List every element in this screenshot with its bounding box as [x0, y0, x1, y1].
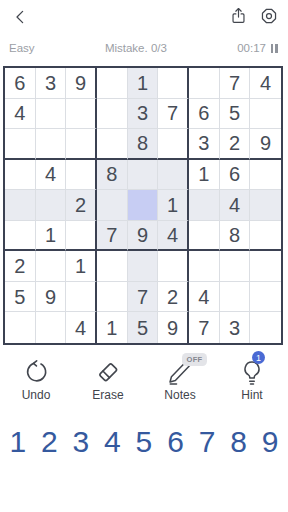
sudoku-cell[interactable]: 6	[5, 68, 36, 99]
pencil-icon: OFF	[167, 355, 193, 385]
sudoku-cell[interactable]: 7	[220, 68, 251, 99]
sudoku-cell[interactable]	[5, 190, 36, 221]
sudoku-cell[interactable]: 5	[220, 99, 251, 130]
pause-icon	[271, 44, 274, 53]
sudoku-cell[interactable]	[128, 251, 159, 282]
sudoku-cell[interactable]: 5	[128, 312, 159, 343]
sudoku-cell[interactable]: 7	[128, 282, 159, 313]
sudoku-cell[interactable]: 9	[158, 312, 189, 343]
sudoku-cell[interactable]	[250, 221, 281, 252]
sudoku-cell[interactable]: 8	[220, 221, 251, 252]
sudoku-cell[interactable]	[189, 68, 220, 99]
sudoku-cell[interactable]	[66, 221, 97, 252]
sudoku-cell[interactable]	[189, 251, 220, 282]
sudoku-cell[interactable]	[36, 129, 67, 160]
sudoku-cell[interactable]	[158, 251, 189, 282]
sudoku-cell[interactable]: 8	[128, 129, 159, 160]
lightbulb-icon: 1	[239, 355, 265, 385]
number-key-6[interactable]: 6	[161, 423, 191, 461]
chevron-left-icon	[11, 8, 29, 26]
timer: 00:17	[237, 42, 279, 54]
sudoku-cell[interactable]	[36, 251, 67, 282]
sudoku-cell[interactable]: 3	[189, 129, 220, 160]
sudoku-cell[interactable]	[250, 251, 281, 282]
undo-icon	[23, 355, 49, 385]
sudoku-cell[interactable]: 4	[250, 68, 281, 99]
sudoku-cell[interactable]	[189, 190, 220, 221]
sudoku-cell[interactable]: 1	[189, 160, 220, 191]
sudoku-cell[interactable]: 1	[158, 190, 189, 221]
sudoku-cell[interactable]	[220, 282, 251, 313]
sudoku-cell[interactable]: 4	[36, 160, 67, 191]
number-key-4[interactable]: 4	[97, 423, 127, 461]
erase-label: Erase	[92, 388, 123, 402]
sudoku-cell[interactable]	[97, 190, 128, 221]
mistakes-label: Mistake. 0/3	[105, 42, 167, 54]
undo-button[interactable]: Undo	[0, 355, 72, 402]
sudoku-cell[interactable]: 4	[189, 282, 220, 313]
sudoku-cell[interactable]: 9	[66, 68, 97, 99]
sudoku-cell[interactable]: 9	[250, 129, 281, 160]
sudoku-cell[interactable]	[5, 129, 36, 160]
undo-label: Undo	[22, 388, 51, 402]
number-key-1[interactable]: 1	[3, 423, 33, 461]
sudoku-cell[interactable]: 1	[36, 221, 67, 252]
sudoku-cell[interactable]: 8	[97, 160, 128, 191]
sudoku-cell[interactable]	[5, 160, 36, 191]
sudoku-cell[interactable]	[36, 190, 67, 221]
sudoku-cell[interactable]: 3	[36, 68, 67, 99]
share-icon	[229, 6, 248, 25]
sudoku-cell[interactable]: 6	[189, 99, 220, 130]
number-key-9[interactable]: 9	[255, 423, 285, 461]
number-pad: 123456789	[0, 423, 288, 461]
sudoku-cell[interactable]	[97, 99, 128, 130]
sudoku-cell[interactable]: 4	[220, 190, 251, 221]
sudoku-cell[interactable]: 4	[158, 221, 189, 252]
timer-label: 00:17	[237, 42, 266, 54]
settings-button[interactable]	[259, 6, 279, 26]
sudoku-cell[interactable]	[250, 160, 281, 191]
sudoku-cell[interactable]	[250, 99, 281, 130]
sudoku-cell[interactable]	[97, 251, 128, 282]
sudoku-cell[interactable]	[97, 282, 128, 313]
pause-button[interactable]	[270, 43, 279, 54]
sudoku-cell[interactable]: 2	[220, 129, 251, 160]
sudoku-cell[interactable]: 4	[66, 312, 97, 343]
back-button[interactable]	[11, 8, 29, 26]
toolbar: Undo Erase OFF Notes	[0, 355, 288, 402]
difficulty-label: Easy	[9, 42, 35, 54]
sudoku-cell[interactable]: 2	[66, 190, 97, 221]
sudoku-cell[interactable]: 3	[220, 312, 251, 343]
hint-button[interactable]: 1 Hint	[216, 355, 288, 402]
sudoku-cell[interactable]	[97, 68, 128, 99]
sudoku-board: 6391744376583294816214179482159724415973	[3, 66, 283, 345]
hint-label: Hint	[241, 388, 262, 402]
sudoku-cell[interactable]: 2	[5, 251, 36, 282]
sudoku-cell[interactable]	[36, 99, 67, 130]
sudoku-cell[interactable]	[158, 129, 189, 160]
sudoku-cell[interactable]: 7	[189, 312, 220, 343]
sudoku-cell[interactable]: 4	[5, 99, 36, 130]
number-key-5[interactable]: 5	[129, 423, 159, 461]
sudoku-cell[interactable]	[66, 129, 97, 160]
notes-off-badge: OFF	[182, 353, 207, 366]
sudoku-cell[interactable]	[97, 129, 128, 160]
sudoku-cell[interactable]	[220, 251, 251, 282]
sudoku-cell[interactable]	[250, 282, 281, 313]
number-key-3[interactable]: 3	[66, 423, 96, 461]
sudoku-cell[interactable]	[250, 190, 281, 221]
sudoku-cell[interactable]: 1	[97, 312, 128, 343]
sudoku-cell[interactable]: 2	[158, 282, 189, 313]
hint-count-badge: 1	[252, 351, 265, 364]
sudoku-cell[interactable]	[158, 68, 189, 99]
number-key-7[interactable]: 7	[192, 423, 222, 461]
sudoku-cell[interactable]: 5	[5, 282, 36, 313]
sudoku-cell[interactable]	[66, 282, 97, 313]
sudoku-cell[interactable]: 1	[128, 68, 159, 99]
sudoku-cell[interactable]	[5, 312, 36, 343]
share-button[interactable]	[229, 6, 248, 25]
sudoku-cell[interactable]: 7	[158, 99, 189, 130]
sudoku-cell[interactable]: 6	[220, 160, 251, 191]
notes-button[interactable]: OFF Notes	[144, 355, 216, 402]
sudoku-cell[interactable]: 9	[36, 282, 67, 313]
sudoku-cell[interactable]	[128, 160, 159, 191]
sudoku-cell[interactable]: 7	[97, 221, 128, 252]
sudoku-cell[interactable]	[189, 221, 220, 252]
notes-label: Notes	[164, 388, 195, 402]
sudoku-cell[interactable]: 1	[66, 251, 97, 282]
number-key-8[interactable]: 8	[224, 423, 254, 461]
sudoku-cell[interactable]	[66, 160, 97, 191]
sudoku-cell[interactable]: 3	[128, 99, 159, 130]
sudoku-cell-selected[interactable]	[128, 190, 159, 221]
gear-icon	[259, 6, 279, 26]
sudoku-cell[interactable]	[66, 99, 97, 130]
number-key-2[interactable]: 2	[34, 423, 64, 461]
erase-button[interactable]: Erase	[72, 355, 144, 402]
eraser-icon	[95, 355, 121, 385]
sudoku-cell[interactable]	[5, 221, 36, 252]
sudoku-cell[interactable]: 9	[128, 221, 159, 252]
sudoku-cell[interactable]	[36, 312, 67, 343]
sudoku-cell[interactable]	[250, 312, 281, 343]
sudoku-cell[interactable]	[158, 160, 189, 191]
status-bar: Easy Mistake. 0/3 00:17	[0, 40, 288, 56]
